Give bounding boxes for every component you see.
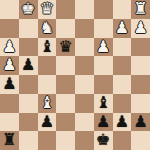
square-f2[interactable]: ♟ xyxy=(94,113,113,132)
white-pawn[interactable]: ♟ xyxy=(133,19,147,38)
square-f7[interactable] xyxy=(94,19,113,38)
black-pawn[interactable]: ♟ xyxy=(96,113,110,132)
square-d6[interactable]: ♛ xyxy=(56,38,75,57)
square-e3[interactable] xyxy=(75,94,94,113)
square-f4[interactable] xyxy=(94,75,113,94)
square-b5[interactable]: ♟ xyxy=(19,56,38,75)
square-b3[interactable] xyxy=(19,94,38,113)
black-rook[interactable]: ♜ xyxy=(2,131,16,150)
square-d8[interactable] xyxy=(56,0,75,19)
square-g1[interactable] xyxy=(113,131,132,150)
square-g6[interactable] xyxy=(113,38,132,57)
square-g2[interactable]: ♟ xyxy=(113,113,132,132)
square-e7[interactable] xyxy=(75,19,94,38)
square-h7[interactable]: ♟ xyxy=(131,19,150,38)
square-g5[interactable] xyxy=(113,56,132,75)
square-d7[interactable] xyxy=(56,19,75,38)
black-pawn[interactable]: ♟ xyxy=(2,75,16,94)
square-h2[interactable]: ♟ xyxy=(131,113,150,132)
square-b7[interactable] xyxy=(19,19,38,38)
square-c5[interactable] xyxy=(38,56,57,75)
square-f6[interactable]: ♟ xyxy=(94,38,113,57)
square-f5[interactable] xyxy=(94,56,113,75)
square-c2[interactable]: ♟ xyxy=(38,113,57,132)
white-king[interactable]: ♚ xyxy=(21,0,35,19)
square-b6[interactable] xyxy=(19,38,38,57)
square-e5[interactable] xyxy=(75,56,94,75)
square-a5[interactable]: ♟ xyxy=(0,56,19,75)
square-e6[interactable] xyxy=(75,38,94,57)
square-a6[interactable]: ♟ xyxy=(0,38,19,57)
black-pawn[interactable]: ♟ xyxy=(21,56,35,75)
square-e1[interactable] xyxy=(75,131,94,150)
square-h5[interactable] xyxy=(131,56,150,75)
white-queen[interactable]: ♛ xyxy=(40,0,54,19)
square-f8[interactable] xyxy=(94,0,113,19)
square-h6[interactable] xyxy=(131,38,150,57)
square-f1[interactable]: ♚ xyxy=(94,131,113,150)
white-pawn[interactable]: ♟ xyxy=(96,38,110,57)
black-pawn[interactable]: ♟ xyxy=(40,113,54,132)
square-e2[interactable] xyxy=(75,113,94,132)
square-d3[interactable] xyxy=(56,94,75,113)
white-pawn[interactable]: ♟ xyxy=(2,38,16,57)
square-h8[interactable]: ♜ xyxy=(131,0,150,19)
square-d1[interactable] xyxy=(56,131,75,150)
square-a2[interactable] xyxy=(0,113,19,132)
square-g3[interactable] xyxy=(113,94,132,113)
square-b2[interactable] xyxy=(19,113,38,132)
white-pawn[interactable]: ♟ xyxy=(115,19,129,38)
square-a8[interactable] xyxy=(0,0,19,19)
square-e8[interactable] xyxy=(75,0,94,19)
black-king[interactable]: ♚ xyxy=(96,131,110,150)
square-a1[interactable]: ♜ xyxy=(0,131,19,150)
square-a7[interactable] xyxy=(0,19,19,38)
square-c4[interactable] xyxy=(38,75,57,94)
square-c1[interactable] xyxy=(38,131,57,150)
white-bishop[interactable]: ♝ xyxy=(40,94,54,113)
black-pawn[interactable]: ♟ xyxy=(115,113,129,132)
square-a3[interactable] xyxy=(0,94,19,113)
square-f3[interactable]: ♝ xyxy=(94,94,113,113)
black-queen[interactable]: ♛ xyxy=(58,38,72,57)
square-h4[interactable] xyxy=(131,75,150,94)
white-rook[interactable]: ♜ xyxy=(133,0,147,19)
white-pawn[interactable]: ♟ xyxy=(2,56,16,75)
black-pawn[interactable]: ♟ xyxy=(133,113,147,132)
black-bishop[interactable]: ♝ xyxy=(40,38,54,57)
square-g8[interactable] xyxy=(113,0,132,19)
square-c6[interactable]: ♝ xyxy=(38,38,57,57)
square-h1[interactable] xyxy=(131,131,150,150)
square-b4[interactable] xyxy=(19,75,38,94)
black-bishop[interactable]: ♝ xyxy=(96,94,110,113)
square-g4[interactable] xyxy=(113,75,132,94)
square-b8[interactable]: ♚ xyxy=(19,0,38,19)
square-c3[interactable]: ♝ xyxy=(38,94,57,113)
square-e4[interactable] xyxy=(75,75,94,94)
square-d2[interactable] xyxy=(56,113,75,132)
square-c7[interactable]: ♞ xyxy=(38,19,57,38)
chess-board: ♚♛♜♞♟♟♟♝♛♟♟♟♟♝♝♟♟♟♟♜♚ xyxy=(0,0,150,150)
square-d5[interactable] xyxy=(56,56,75,75)
square-g7[interactable]: ♟ xyxy=(113,19,132,38)
square-c8[interactable]: ♛ xyxy=(38,0,57,19)
square-b1[interactable] xyxy=(19,131,38,150)
white-knight[interactable]: ♞ xyxy=(40,19,54,38)
square-a4[interactable]: ♟ xyxy=(0,75,19,94)
square-d4[interactable] xyxy=(56,75,75,94)
square-h3[interactable] xyxy=(131,94,150,113)
